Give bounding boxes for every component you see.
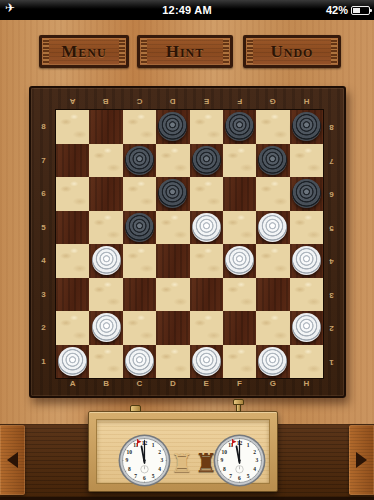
square-D7[interactable] [156, 144, 189, 178]
coord-label: 6 [325, 177, 338, 211]
coord-label: 7 [325, 144, 338, 178]
square-C5[interactable] [123, 211, 156, 245]
board-letters-bottom: ABCDEFGH [56, 379, 323, 392]
white-checker-E5[interactable] [192, 213, 221, 242]
square-B2[interactable] [89, 311, 122, 345]
coord-label: 4 [325, 244, 338, 278]
battery-status: 42% [326, 0, 370, 20]
coord-label: 1 [37, 345, 50, 379]
square-B5[interactable] [89, 211, 122, 245]
square-H4[interactable] [290, 244, 323, 278]
square-H7[interactable] [290, 144, 323, 178]
black-checker-D8[interactable] [158, 112, 187, 141]
square-F3[interactable] [223, 278, 256, 312]
square-E4[interactable] [190, 244, 223, 278]
square-E8[interactable] [190, 110, 223, 144]
coord-label: D [156, 93, 189, 106]
square-G8[interactable] [256, 110, 289, 144]
coord-label: G [256, 379, 289, 392]
square-C1[interactable] [123, 345, 156, 379]
coord-label: E [190, 379, 223, 392]
square-C6[interactable] [123, 177, 156, 211]
status-bar: ✈ 12:49 AM 42% [0, 0, 374, 20]
svg-text:3: 3 [161, 457, 164, 463]
chess-clock: 123456789101112 123456789101112 ♜ ♜ [88, 411, 278, 492]
airplane-mode-icon: ✈ [5, 1, 15, 15]
square-B1[interactable] [89, 345, 122, 379]
svg-text:1: 1 [247, 442, 250, 448]
square-H6[interactable] [290, 177, 323, 211]
coord-label: E [190, 93, 223, 106]
board-frame: ABCDEFGH ABCDEFGH 87654321 87654321 [29, 86, 346, 398]
white-checker-G5[interactable] [258, 213, 287, 242]
coord-label: H [290, 379, 323, 392]
square-C3[interactable] [123, 278, 156, 312]
black-rook-icon: ♜ [195, 445, 218, 481]
coord-label: 3 [37, 278, 50, 312]
coord-label: C [123, 379, 156, 392]
black-checker-E7[interactable] [192, 146, 221, 175]
svg-text:8: 8 [223, 466, 226, 472]
white-clock-face: 123456789101112 [118, 434, 171, 487]
menu-button[interactable]: Menu [39, 35, 129, 68]
square-E7[interactable] [190, 144, 223, 178]
battery-icon [351, 6, 370, 15]
svg-text:7: 7 [134, 473, 137, 479]
square-D3[interactable] [156, 278, 189, 312]
coord-label: 2 [325, 311, 338, 345]
svg-text:2: 2 [253, 449, 256, 455]
coord-label: H [290, 93, 323, 106]
svg-text:9: 9 [221, 457, 224, 463]
board-numbers-left: 87654321 [37, 110, 50, 378]
square-B6[interactable] [89, 177, 122, 211]
svg-text:2: 2 [158, 449, 161, 455]
svg-text:10: 10 [127, 449, 133, 455]
square-A2[interactable] [56, 311, 89, 345]
checkers-app-screen: ✈ 12:49 AM 42% Menu Hint Undo ABCDEFGH A… [0, 0, 374, 500]
left-arrow-icon [7, 452, 18, 468]
square-F8[interactable] [223, 110, 256, 144]
coord-label: 3 [325, 278, 338, 312]
svg-text:5: 5 [152, 473, 155, 479]
black-checker-F8[interactable] [225, 112, 254, 141]
svg-text:9: 9 [126, 457, 129, 463]
coord-label: 2 [37, 311, 50, 345]
square-F4[interactable] [223, 244, 256, 278]
square-G6[interactable] [256, 177, 289, 211]
square-F7[interactable] [223, 144, 256, 178]
square-H3[interactable] [290, 278, 323, 312]
square-H2[interactable] [290, 311, 323, 345]
svg-text:10: 10 [222, 449, 228, 455]
right-arrow-icon [356, 452, 367, 468]
square-A3[interactable] [56, 278, 89, 312]
undo-button[interactable]: Undo [243, 35, 341, 68]
clock-button-right [233, 399, 244, 405]
square-H8[interactable] [290, 110, 323, 144]
square-G4[interactable] [256, 244, 289, 278]
coord-label: B [89, 93, 122, 106]
coord-label: D [156, 379, 189, 392]
square-C8[interactable] [123, 110, 156, 144]
square-D4[interactable] [156, 244, 189, 278]
square-E5[interactable] [190, 211, 223, 245]
coord-label: 1 [325, 345, 338, 379]
square-D8[interactable] [156, 110, 189, 144]
square-G5[interactable] [256, 211, 289, 245]
coord-label: F [223, 93, 256, 106]
white-checker-F4[interactable] [225, 246, 254, 275]
square-F2[interactable] [223, 311, 256, 345]
square-A1[interactable] [56, 345, 89, 379]
square-C2[interactable] [123, 311, 156, 345]
square-D1[interactable] [156, 345, 189, 379]
board-letters-top: ABCDEFGH [56, 93, 323, 106]
clock-button-right-stem [236, 404, 241, 412]
square-A5[interactable] [56, 211, 89, 245]
white-checker-A1[interactable] [58, 347, 87, 376]
white-checker-H4[interactable] [292, 246, 321, 275]
square-F6[interactable] [223, 177, 256, 211]
coord-label: 5 [325, 211, 338, 245]
white-rook-icon: ♜ [170, 445, 193, 481]
coord-label: 4 [37, 244, 50, 278]
svg-text:7: 7 [229, 473, 232, 479]
square-G2[interactable] [256, 311, 289, 345]
clock-panel: 123456789101112 123456789101112 ♜ ♜ [96, 419, 270, 484]
coord-label: 6 [37, 177, 50, 211]
square-G3[interactable] [256, 278, 289, 312]
svg-text:4: 4 [158, 466, 161, 472]
square-F5[interactable] [223, 211, 256, 245]
square-E6[interactable] [190, 177, 223, 211]
square-E3[interactable] [190, 278, 223, 312]
coord-label: 5 [37, 211, 50, 245]
square-D5[interactable] [156, 211, 189, 245]
square-E1[interactable] [190, 345, 223, 379]
svg-text:1: 1 [152, 442, 155, 448]
square-A6[interactable] [56, 177, 89, 211]
square-G7[interactable] [256, 144, 289, 178]
black-checker-C7[interactable] [125, 146, 154, 175]
svg-text:8: 8 [128, 466, 131, 472]
coord-label: C [123, 93, 156, 106]
coord-label: B [89, 379, 122, 392]
coord-label: 8 [37, 110, 50, 144]
white-checker-C1[interactable] [125, 347, 154, 376]
square-E2[interactable] [190, 311, 223, 345]
square-B3[interactable] [89, 278, 122, 312]
square-H5[interactable] [290, 211, 323, 245]
white-checker-G1[interactable] [258, 347, 287, 376]
clock-button-left [130, 405, 141, 412]
square-B7[interactable] [89, 144, 122, 178]
coord-label: F [223, 379, 256, 392]
coord-label: 7 [37, 144, 50, 178]
white-checker-E1[interactable] [192, 347, 221, 376]
coord-label: 8 [325, 110, 338, 144]
square-A4[interactable] [56, 244, 89, 278]
black-checker-G7[interactable] [258, 146, 287, 175]
svg-text:4: 4 [253, 466, 256, 472]
previous-move-button[interactable] [0, 425, 25, 495]
status-time: 12:49 AM [0, 4, 374, 16]
square-C4[interactable] [123, 244, 156, 278]
svg-text:6: 6 [238, 475, 241, 481]
svg-text:6: 6 [143, 475, 146, 481]
square-G1[interactable] [256, 345, 289, 379]
black-checker-D6[interactable] [158, 179, 187, 208]
square-H1[interactable] [290, 345, 323, 379]
side-indicator: ♜ ♜ [167, 444, 221, 482]
square-A7[interactable] [56, 144, 89, 178]
square-F1[interactable] [223, 345, 256, 379]
white-checker-H2[interactable] [292, 313, 321, 342]
square-D2[interactable] [156, 311, 189, 345]
white-checker-B4[interactable] [92, 246, 121, 275]
coord-label: A [56, 93, 89, 106]
clock-dial: 123456789101112 [118, 434, 171, 487]
board-grid [56, 110, 323, 378]
square-D6[interactable] [156, 177, 189, 211]
black-checker-H8[interactable] [292, 112, 321, 141]
coord-label: A [56, 379, 89, 392]
hint-button[interactable]: Hint [137, 35, 233, 68]
board-numbers-right: 87654321 [325, 110, 338, 378]
next-move-button[interactable] [349, 425, 374, 495]
square-B8[interactable] [89, 110, 122, 144]
square-C7[interactable] [123, 144, 156, 178]
coord-label: G [256, 93, 289, 106]
black-checker-H6[interactable] [292, 179, 321, 208]
white-checker-B2[interactable] [92, 313, 121, 342]
square-A8[interactable] [56, 110, 89, 144]
battery-percent: 42% [326, 4, 348, 16]
square-B4[interactable] [89, 244, 122, 278]
black-checker-C5[interactable] [125, 213, 154, 242]
svg-text:5: 5 [247, 473, 250, 479]
svg-text:3: 3 [256, 457, 259, 463]
